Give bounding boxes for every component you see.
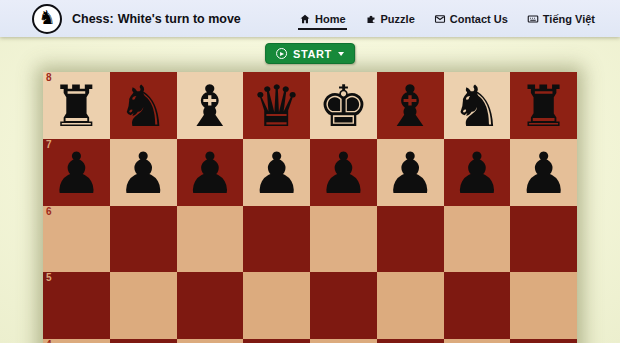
nav-item-language[interactable]: Tiếng Việt: [526, 8, 596, 30]
piece-black-pawn[interactable]: ♟: [118, 145, 169, 202]
piece-black-bishop[interactable]: ♝: [385, 78, 436, 135]
main-nav: Home Puzzle Contact Us Ti: [298, 8, 596, 30]
square-d5[interactable]: [243, 272, 310, 339]
piece-black-pawn[interactable]: ♟: [51, 145, 102, 202]
piece-black-knight[interactable]: ♞: [118, 78, 169, 135]
start-button-label: START: [293, 48, 332, 60]
nav-item-puzzle[interactable]: Puzzle: [364, 8, 416, 30]
piece-black-pawn[interactable]: ♟: [184, 145, 235, 202]
square-f8[interactable]: ♝: [377, 72, 444, 139]
square-f6[interactable]: [377, 206, 444, 273]
play-icon: [276, 48, 287, 59]
nav-puzzle-label: Puzzle: [381, 13, 415, 25]
page: ♞ Chess:White's turn to move Home Puzzle: [0, 0, 620, 343]
square-b4[interactable]: [110, 339, 177, 343]
piece-black-pawn[interactable]: ♟: [385, 145, 436, 202]
square-e6[interactable]: [310, 206, 377, 273]
square-c4[interactable]: [177, 339, 244, 343]
nav-language-label: Tiếng Việt: [543, 13, 595, 25]
piece-black-pawn[interactable]: ♟: [251, 145, 302, 202]
chess-board: 8♜♞♝♛♚♝♞♜7♟♟♟♟♟♟♟♟65432♙♙♙♙♙♙♙♙1♖♘♗♕♔♗♘♖: [43, 72, 577, 343]
puzzle-icon: [365, 13, 377, 25]
title-turn-text: White's turn to move: [118, 12, 241, 26]
square-a4[interactable]: 4: [43, 339, 110, 343]
square-a6[interactable]: 6: [43, 206, 110, 273]
start-button[interactable]: START: [265, 43, 355, 64]
envelope-icon: [434, 13, 446, 25]
square-h8[interactable]: ♜: [510, 72, 577, 139]
piece-black-pawn[interactable]: ♟: [318, 145, 369, 202]
knight-logo-icon: ♞: [38, 8, 55, 27]
square-b8[interactable]: ♞: [110, 72, 177, 139]
square-g8[interactable]: ♞: [444, 72, 511, 139]
square-d7[interactable]: ♟: [243, 139, 310, 206]
rank-label-6: 6: [46, 207, 52, 217]
caret-down-icon: [338, 52, 344, 56]
piece-black-pawn[interactable]: ♟: [451, 145, 502, 202]
home-icon: [299, 13, 311, 25]
square-c6[interactable]: [177, 206, 244, 273]
square-e8[interactable]: ♚: [310, 72, 377, 139]
square-d6[interactable]: [243, 206, 310, 273]
square-d8[interactable]: ♛: [243, 72, 310, 139]
square-f4[interactable]: [377, 339, 444, 343]
nav-item-home[interactable]: Home: [298, 8, 347, 30]
square-a5[interactable]: 5: [43, 272, 110, 339]
square-e4[interactable]: [310, 339, 377, 343]
piece-black-pawn[interactable]: ♟: [518, 145, 569, 202]
square-g5[interactable]: [444, 272, 511, 339]
square-b6[interactable]: [110, 206, 177, 273]
square-g4[interactable]: [444, 339, 511, 343]
piece-black-rook[interactable]: ♜: [518, 78, 569, 135]
piece-black-rook[interactable]: ♜: [51, 78, 102, 135]
square-a7[interactable]: 7♟: [43, 139, 110, 206]
nav-contact-label: Contact Us: [450, 13, 508, 25]
square-h7[interactable]: ♟: [510, 139, 577, 206]
nav-item-contact[interactable]: Contact Us: [433, 8, 509, 30]
piece-black-king[interactable]: ♚: [318, 78, 369, 135]
square-g6[interactable]: [444, 206, 511, 273]
square-b5[interactable]: [110, 272, 177, 339]
square-e7[interactable]: ♟: [310, 139, 377, 206]
square-d4[interactable]: [243, 339, 310, 343]
nav-home-label: Home: [315, 13, 346, 25]
square-h6[interactable]: [510, 206, 577, 273]
page-title: Chess:White's turn to move: [72, 12, 241, 26]
square-h5[interactable]: [510, 272, 577, 339]
rank-label-5: 5: [46, 273, 52, 283]
piece-black-queen[interactable]: ♛: [251, 78, 302, 135]
square-a8[interactable]: 8♜: [43, 72, 110, 139]
square-f7[interactable]: ♟: [377, 139, 444, 206]
square-e5[interactable]: [310, 272, 377, 339]
square-b7[interactable]: ♟: [110, 139, 177, 206]
logo[interactable]: ♞: [32, 4, 62, 34]
square-h4[interactable]: [510, 339, 577, 343]
piece-black-bishop[interactable]: ♝: [184, 78, 235, 135]
title-prefix: Chess:: [72, 12, 114, 26]
square-f5[interactable]: [377, 272, 444, 339]
keyboard-icon: [527, 13, 539, 25]
piece-black-knight[interactable]: ♞: [451, 78, 502, 135]
square-c5[interactable]: [177, 272, 244, 339]
navbar: ♞ Chess:White's turn to move Home Puzzle: [0, 0, 620, 37]
square-c8[interactable]: ♝: [177, 72, 244, 139]
square-c7[interactable]: ♟: [177, 139, 244, 206]
square-g7[interactable]: ♟: [444, 139, 511, 206]
